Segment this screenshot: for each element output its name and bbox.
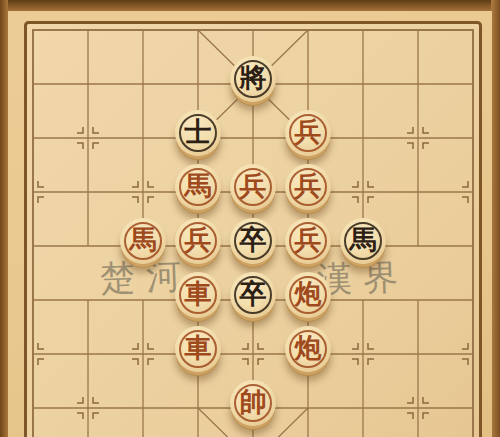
xiangqi-board[interactable]: 楚河 漢界 將士兵馬兵兵馬兵卒兵馬車卒炮車炮帥 bbox=[0, 0, 500, 437]
piece-red-horse[interactable]: 馬 bbox=[175, 164, 221, 210]
piece-black-soldier[interactable]: 卒 bbox=[230, 272, 276, 318]
piece-glyph: 車 bbox=[175, 272, 221, 316]
piece-glyph: 炮 bbox=[285, 272, 331, 316]
piece-red-cannon[interactable]: 炮 bbox=[285, 272, 331, 318]
piece-black-soldier[interactable]: 卒 bbox=[230, 218, 276, 264]
piece-glyph: 車 bbox=[175, 326, 221, 370]
piece-red-soldier[interactable]: 兵 bbox=[285, 218, 331, 264]
piece-red-horse[interactable]: 馬 bbox=[120, 218, 166, 264]
piece-red-chariot[interactable]: 車 bbox=[175, 326, 221, 372]
piece-glyph: 帥 bbox=[230, 380, 276, 424]
piece-black-advisor[interactable]: 士 bbox=[175, 110, 221, 156]
piece-red-soldier[interactable]: 兵 bbox=[175, 218, 221, 264]
piece-red-soldier[interactable]: 兵 bbox=[285, 164, 331, 210]
piece-glyph: 將 bbox=[230, 56, 276, 100]
piece-red-soldier[interactable]: 兵 bbox=[230, 164, 276, 210]
piece-glyph: 馬 bbox=[340, 218, 386, 262]
piece-glyph: 卒 bbox=[230, 272, 276, 316]
piece-glyph: 馬 bbox=[120, 218, 166, 262]
piece-glyph: 兵 bbox=[285, 218, 331, 262]
piece-glyph: 卒 bbox=[230, 218, 276, 262]
piece-black-general[interactable]: 將 bbox=[230, 56, 276, 102]
piece-glyph: 炮 bbox=[285, 326, 331, 370]
piece-red-chariot[interactable]: 車 bbox=[175, 272, 221, 318]
piece-black-horse[interactable]: 馬 bbox=[340, 218, 386, 264]
piece-red-soldier[interactable]: 兵 bbox=[285, 110, 331, 156]
piece-glyph: 兵 bbox=[285, 164, 331, 208]
piece-red-cannon[interactable]: 炮 bbox=[285, 326, 331, 372]
piece-red-general[interactable]: 帥 bbox=[230, 380, 276, 426]
piece-glyph: 士 bbox=[175, 110, 221, 154]
piece-glyph: 兵 bbox=[285, 110, 331, 154]
piece-glyph: 兵 bbox=[175, 218, 221, 262]
piece-glyph: 馬 bbox=[175, 164, 221, 208]
piece-glyph: 兵 bbox=[230, 164, 276, 208]
